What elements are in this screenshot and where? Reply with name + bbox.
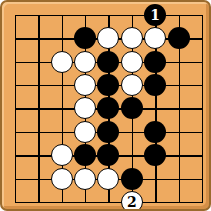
board-cell <box>27 120 50 143</box>
board-cell <box>190 73 211 96</box>
board-cell <box>73 190 96 211</box>
board-cell <box>120 3 143 26</box>
board-cell <box>27 50 50 73</box>
board-cell <box>144 27 167 50</box>
board-cell <box>27 73 50 96</box>
white-stone <box>51 144 73 166</box>
board-cell <box>120 144 143 167</box>
board-cell <box>120 167 143 190</box>
black-stone <box>121 168 143 190</box>
black-stone <box>74 144 96 166</box>
board-cell <box>97 120 120 143</box>
board-cell <box>120 120 143 143</box>
board-cell <box>50 167 73 190</box>
board-cell <box>50 144 73 167</box>
board-cell <box>97 190 120 211</box>
board-cell <box>190 144 211 167</box>
board-cell <box>190 97 211 120</box>
white-stone <box>121 27 143 49</box>
move-number-label: 2 <box>127 195 137 209</box>
white-stone <box>121 74 143 96</box>
board-cell <box>144 97 167 120</box>
board-cell <box>97 50 120 73</box>
board-cell <box>97 73 120 96</box>
board-cell <box>27 190 50 211</box>
board-cell <box>144 120 167 143</box>
white-stone <box>97 168 119 190</box>
board-cell <box>167 97 190 120</box>
board-cell <box>144 144 167 167</box>
board-cell <box>167 120 190 143</box>
white-stone <box>74 51 96 73</box>
board-cell <box>27 144 50 167</box>
black-stone: 1 <box>144 4 166 26</box>
black-stone <box>144 74 166 96</box>
board-cell <box>97 167 120 190</box>
board-cell <box>50 50 73 73</box>
board-cell <box>50 97 73 120</box>
board-cell <box>73 144 96 167</box>
board-cell <box>27 3 50 26</box>
white-stone <box>51 51 73 73</box>
board-cell <box>167 50 190 73</box>
board-cell <box>97 27 120 50</box>
board-cell <box>3 27 26 50</box>
board-cell <box>97 144 120 167</box>
board-cell <box>3 50 26 73</box>
board-cell <box>3 167 26 190</box>
board-cell <box>3 97 26 120</box>
board-cell <box>50 190 73 211</box>
board-cell <box>120 27 143 50</box>
board-cell <box>50 73 73 96</box>
board-cell <box>190 27 211 50</box>
board-cell <box>144 167 167 190</box>
board-cell <box>73 167 96 190</box>
board-cell <box>190 167 211 190</box>
board-cell: 2 <box>120 190 143 211</box>
board-cell <box>73 27 96 50</box>
black-stone <box>144 144 166 166</box>
white-stone <box>121 51 143 73</box>
white-stone <box>74 168 96 190</box>
board-cell <box>3 120 26 143</box>
black-stone <box>74 27 96 49</box>
board-cell <box>50 27 73 50</box>
white-stone <box>51 168 73 190</box>
board-cell <box>73 50 96 73</box>
black-stone <box>97 97 119 119</box>
board-cell <box>167 190 190 211</box>
board-cell <box>167 167 190 190</box>
white-stone <box>74 74 96 96</box>
board-cell <box>190 3 211 26</box>
board-cell <box>190 120 211 143</box>
board-cell <box>50 3 73 26</box>
black-stone <box>144 51 166 73</box>
board-cell <box>3 73 26 96</box>
board-cell <box>167 73 190 96</box>
board-cell <box>144 50 167 73</box>
move-number-label: 1 <box>150 8 160 22</box>
board-cell <box>97 3 120 26</box>
board-cell: 1 <box>144 3 167 26</box>
black-stone <box>97 74 119 96</box>
board-cell <box>3 3 26 26</box>
board-stones-layer: 12 <box>3 3 211 211</box>
board-cell <box>97 97 120 120</box>
white-stone: 2 <box>121 191 143 211</box>
white-stone <box>97 27 119 49</box>
board-cell <box>190 50 211 73</box>
board-cell <box>144 73 167 96</box>
black-stone <box>97 51 119 73</box>
board-cell <box>73 97 96 120</box>
board-cell <box>120 73 143 96</box>
black-stone <box>144 121 166 143</box>
white-stone <box>144 27 166 49</box>
black-stone <box>97 121 119 143</box>
board-cell <box>190 190 211 211</box>
board-cell <box>3 190 26 211</box>
board-cell <box>167 27 190 50</box>
board-cell <box>144 190 167 211</box>
board-cell <box>120 97 143 120</box>
white-stone <box>74 121 96 143</box>
board-cell <box>27 27 50 50</box>
board-cell <box>50 120 73 143</box>
board-cell <box>120 50 143 73</box>
go-board: 12 <box>0 0 211 211</box>
board-cell <box>73 3 96 26</box>
white-stone <box>74 97 96 119</box>
board-cell <box>167 3 190 26</box>
black-stone <box>168 27 190 49</box>
board-cell <box>73 120 96 143</box>
board-cell <box>27 97 50 120</box>
board-cell <box>167 144 190 167</box>
black-stone <box>97 144 119 166</box>
black-stone <box>121 97 143 119</box>
board-cell <box>27 167 50 190</box>
board-cell <box>3 144 26 167</box>
board-cell <box>73 73 96 96</box>
